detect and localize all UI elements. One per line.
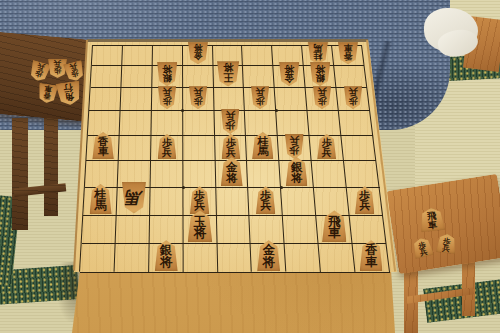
shogi-piece-gold-6a[interactable]: 金将	[188, 42, 208, 64]
shogi-piece-king-6h[interactable]: 玉将	[188, 210, 212, 242]
captured-piece-left-stand[interactable]: 歩兵	[63, 60, 86, 83]
piece-kanji: 桂馬	[257, 137, 268, 157]
shogi-piece-silver-3f[interactable]: 銀将	[286, 157, 308, 186]
shogi-piece-silver-2b[interactable]: 銀将	[310, 62, 330, 86]
piece-kanji: 金将	[285, 64, 295, 82]
shogi-piece-lance-1i[interactable]: 香車	[360, 240, 383, 271]
piece-kanji: 歩兵	[225, 111, 235, 129]
piece-kanji: 歩兵	[318, 88, 327, 105]
shogi-piece-pawn-7c[interactable]: 歩兵	[158, 86, 176, 109]
piece-kanji: 香車	[98, 137, 109, 157]
piece-kanji: 歩兵	[290, 136, 300, 154]
captured-piece-left-stand[interactable]: 角行	[56, 80, 83, 106]
piece-kanji: 金将	[263, 246, 275, 269]
piece-kanji: 歩兵	[256, 88, 265, 105]
shogi-piece-knight-9g[interactable]: 桂馬	[90, 184, 112, 214]
shogi-piece-pawn-7e[interactable]: 歩兵	[158, 134, 177, 159]
piece-kanji: 角行	[63, 83, 74, 101]
shogi-piece-pawn-2e[interactable]: 歩兵	[317, 134, 336, 159]
piece-kanji: 銀将	[160, 246, 172, 269]
shogi-piece-pawn-6g[interactable]: 歩兵	[190, 186, 209, 214]
piece-kanji: 歩兵	[194, 88, 203, 105]
captured-piece-left-stand[interactable]: 歩兵	[48, 59, 67, 78]
shogi-piece-promoted-bishop-8g[interactable]: 馬	[122, 182, 146, 214]
shogi-piece-pawn-1c[interactable]: 歩兵	[344, 86, 362, 109]
shogi-piece-king-5b[interactable]: 王将	[217, 61, 239, 86]
shogi-piece-rook-2h[interactable]: 飛車	[322, 210, 346, 242]
captured-piece-right-stand[interactable]: 歩兵	[411, 236, 434, 259]
piece-kanji: 歩兵	[417, 241, 428, 256]
piece-kanji: 歩兵	[54, 61, 62, 75]
captured-piece-left-stand[interactable]: 歩兵	[28, 60, 52, 84]
captured-piece-right-stand[interactable]: 歩兵	[436, 233, 457, 254]
shogi-piece-gold-5f[interactable]: 金将	[221, 157, 243, 186]
shogi-piece-lance-1a[interactable]: 香車	[338, 42, 358, 64]
shogi-piece-knight-2a[interactable]: 桂馬	[308, 42, 328, 64]
shogi-piece-pawn-1g[interactable]: 歩兵	[355, 186, 374, 214]
piece-kanji: 歩兵	[194, 191, 205, 211]
shogi-piece-pawn-3e[interactable]: 歩兵	[285, 134, 304, 159]
piece-kanji: 飛車	[427, 212, 438, 230]
shogi-piece-lance-9e[interactable]: 香車	[92, 132, 113, 159]
piece-kanji: 香車	[43, 85, 52, 100]
shogi-piece-pawn-6c[interactable]: 歩兵	[189, 86, 207, 109]
piece-kanji: 香車	[344, 44, 353, 60]
piece-kanji: 歩兵	[163, 88, 172, 105]
piece-kanji: 歩兵	[260, 191, 271, 211]
piece-kanji: 王将	[223, 63, 233, 82]
shogi-piece-pawn-4g[interactable]: 歩兵	[256, 186, 275, 214]
piece-kanji: 銀将	[315, 64, 325, 82]
shogi-piece-silver-7b[interactable]: 銀将	[157, 62, 177, 86]
piece-kanji: 玉将	[194, 216, 207, 239]
piece-kanji: 金将	[226, 162, 238, 183]
piece-kanji: 歩兵	[34, 63, 45, 79]
piece-kanji: 桂馬	[95, 189, 107, 211]
piece-kanji: 歩兵	[359, 191, 370, 211]
piece-kanji: 銀将	[291, 162, 303, 183]
piece-kanji: 歩兵	[69, 63, 80, 78]
piece-kanji: 馬	[125, 190, 141, 205]
piece-kanji: 香車	[365, 246, 377, 269]
shogi-photo-scene: 金将桂馬香車銀将王将金将銀将歩兵歩兵歩兵歩兵歩兵歩兵歩兵馬香車歩兵歩兵桂馬歩兵金…	[0, 0, 500, 333]
captured-piece-right-stand[interactable]: 飛車	[419, 207, 445, 232]
shogi-piece-knight-4e[interactable]: 桂馬	[252, 132, 273, 159]
piece-kanji: 金将	[193, 44, 202, 60]
piece-kanji: 歩兵	[162, 138, 172, 156]
captured-piece-left-stand[interactable]: 香車	[37, 83, 58, 104]
piece-kanji: 歩兵	[226, 138, 236, 156]
shogi-piece-pawn-2c[interactable]: 歩兵	[313, 86, 331, 109]
shogi-piece-gold-3b[interactable]: 金将	[279, 62, 299, 86]
shogi-piece-pawn-5e[interactable]: 歩兵	[222, 134, 241, 159]
shogi-pieces-layer: 金将桂馬香車銀将王将金将銀将歩兵歩兵歩兵歩兵歩兵歩兵歩兵馬香車歩兵歩兵桂馬歩兵金…	[0, 0, 500, 333]
shogi-piece-pawn-5d[interactable]: 歩兵	[221, 109, 239, 134]
shogi-piece-pawn-4c[interactable]: 歩兵	[251, 86, 269, 109]
piece-kanji: 歩兵	[322, 138, 332, 156]
piece-kanji: 歩兵	[348, 88, 357, 105]
piece-kanji: 桂馬	[314, 44, 323, 60]
piece-kanji: 銀将	[163, 64, 173, 82]
piece-kanji: 歩兵	[442, 237, 451, 252]
shogi-piece-silver-7i[interactable]: 銀将	[155, 240, 178, 271]
shogi-piece-gold-4i[interactable]: 金将	[257, 240, 280, 271]
piece-kanji: 飛車	[328, 216, 341, 239]
